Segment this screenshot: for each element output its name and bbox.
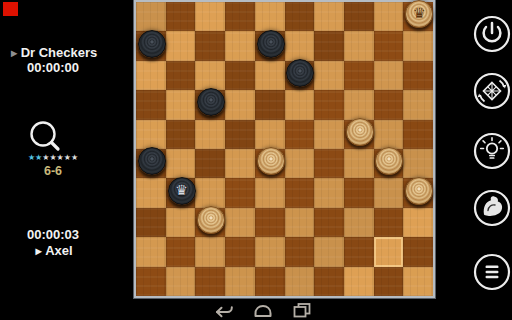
king-crown-icon: ♛ — [169, 183, 195, 197]
light-square[interactable] — [195, 178, 225, 207]
light-square[interactable] — [255, 2, 285, 31]
light-square[interactable] — [255, 120, 285, 149]
left-panel: ►Dr Checkers 00:00:00 ★★★★★★★ 6-6 00:00:… — [0, 0, 106, 300]
turn-arrow-opponent: ► — [9, 47, 20, 59]
star-filled: ★ — [28, 153, 35, 162]
light-square[interactable] — [225, 149, 255, 178]
highlighted-square[interactable] — [374, 237, 404, 266]
dark-square[interactable] — [225, 120, 255, 149]
android-navbar — [0, 300, 512, 320]
light-square[interactable] — [136, 2, 166, 31]
dark-square[interactable] — [166, 2, 196, 31]
light-square[interactable] — [285, 267, 315, 296]
light-square[interactable] — [344, 90, 374, 119]
dark-square[interactable] — [136, 90, 166, 119]
light-square[interactable] — [166, 90, 196, 119]
light-square[interactable] — [314, 61, 344, 90]
dark-square[interactable] — [374, 90, 404, 119]
dark-square[interactable] — [225, 178, 255, 207]
home-button[interactable] — [251, 301, 275, 319]
dark-square[interactable] — [195, 149, 225, 178]
dark-square[interactable] — [136, 208, 166, 237]
dark-square[interactable] — [285, 237, 315, 266]
light-square[interactable] — [285, 31, 315, 60]
opponent-name-row: ►Dr Checkers — [0, 45, 106, 60]
light-square[interactable] — [344, 31, 374, 60]
light-square[interactable] — [344, 149, 374, 178]
light-square[interactable] — [374, 2, 404, 31]
dark-square[interactable] — [285, 178, 315, 207]
white-man[interactable] — [257, 147, 285, 175]
dark-square[interactable] — [344, 178, 374, 207]
black-man[interactable] — [138, 30, 166, 58]
difficulty-stars: ★★★★★★★ — [0, 153, 106, 163]
dark-square[interactable] — [314, 267, 344, 296]
light-square[interactable] — [374, 178, 404, 207]
dark-square[interactable] — [344, 2, 374, 31]
dark-square[interactable] — [136, 267, 166, 296]
light-square[interactable] — [255, 178, 285, 207]
light-square[interactable] — [314, 2, 344, 31]
light-square[interactable] — [374, 61, 404, 90]
light-square[interactable] — [195, 237, 225, 266]
dark-square[interactable] — [166, 120, 196, 149]
board[interactable]: ♛♛ — [134, 0, 435, 298]
king-crown-icon: ♛ — [406, 7, 432, 21]
player-name-row: ►Axel — [0, 243, 106, 258]
recents-button[interactable] — [290, 301, 314, 319]
light-square[interactable] — [166, 31, 196, 60]
strength-button[interactable] — [473, 189, 511, 227]
light-square[interactable] — [195, 61, 225, 90]
black-man[interactable] — [138, 147, 166, 175]
dark-square[interactable] — [374, 31, 404, 60]
light-square[interactable] — [166, 149, 196, 178]
star-empty: ★ — [64, 153, 71, 162]
light-square[interactable] — [225, 90, 255, 119]
light-square[interactable] — [255, 61, 285, 90]
star-empty: ★ — [49, 153, 56, 162]
light-square[interactable] — [225, 267, 255, 296]
light-square[interactable] — [136, 120, 166, 149]
dark-square[interactable] — [344, 237, 374, 266]
player-clock: 00:00:03 — [0, 227, 106, 242]
dark-square[interactable] — [225, 2, 255, 31]
light-square[interactable] — [136, 237, 166, 266]
light-square[interactable] — [195, 120, 225, 149]
light-square[interactable] — [225, 31, 255, 60]
app-screen: ►Dr Checkers 00:00:00 ★★★★★★★ 6-6 00:00:… — [0, 0, 512, 320]
piece-count-score: 6-6 — [0, 164, 106, 178]
recents-icon — [290, 301, 314, 319]
black-king[interactable]: ♛ — [168, 177, 196, 205]
light-square[interactable] — [255, 237, 285, 266]
light-square[interactable] — [403, 90, 433, 119]
dark-square[interactable] — [166, 237, 196, 266]
dark-square[interactable] — [195, 31, 225, 60]
menu-icon — [473, 253, 511, 291]
light-square[interactable] — [314, 237, 344, 266]
dark-square[interactable] — [403, 237, 433, 266]
light-square[interactable] — [314, 120, 344, 149]
dark-square[interactable] — [314, 31, 344, 60]
menu-button[interactable] — [473, 253, 511, 291]
light-square[interactable] — [344, 208, 374, 237]
dark-square[interactable] — [255, 267, 285, 296]
dark-square[interactable] — [225, 61, 255, 90]
flip-board-icon — [473, 72, 511, 110]
light-square[interactable] — [225, 208, 255, 237]
dark-square[interactable] — [374, 208, 404, 237]
dark-square[interactable] — [403, 61, 433, 90]
dark-square[interactable] — [403, 120, 433, 149]
light-square[interactable] — [136, 61, 166, 90]
back-button[interactable] — [212, 301, 236, 319]
white-man[interactable] — [405, 177, 433, 205]
light-square[interactable] — [136, 178, 166, 207]
light-square[interactable] — [314, 178, 344, 207]
dark-square[interactable] — [285, 2, 315, 31]
opponent-name: Dr Checkers — [21, 45, 98, 60]
dark-square[interactable] — [166, 61, 196, 90]
turn-arrow-player: ► — [33, 245, 44, 257]
dark-square[interactable] — [285, 120, 315, 149]
light-square[interactable] — [403, 267, 433, 296]
flip-board-button[interactable] — [473, 72, 511, 110]
light-square[interactable] — [344, 267, 374, 296]
dark-square[interactable] — [255, 208, 285, 237]
dark-square[interactable] — [314, 208, 344, 237]
dark-square[interactable] — [344, 61, 374, 90]
light-square[interactable] — [403, 31, 433, 60]
hint-button[interactable] — [473, 132, 511, 170]
star-empty: ★ — [71, 153, 78, 162]
light-square[interactable] — [285, 90, 315, 119]
light-square[interactable] — [403, 208, 433, 237]
dark-square[interactable] — [255, 90, 285, 119]
light-square[interactable] — [403, 149, 433, 178]
player-name: Axel — [45, 243, 72, 258]
light-square[interactable] — [374, 120, 404, 149]
dark-square[interactable] — [195, 267, 225, 296]
light-square[interactable] — [285, 208, 315, 237]
light-square[interactable] — [195, 2, 225, 31]
magnifier-icon[interactable] — [28, 119, 64, 155]
light-square[interactable] — [285, 149, 315, 178]
white-man[interactable] — [346, 118, 374, 146]
dark-square[interactable] — [314, 90, 344, 119]
power-icon — [473, 15, 511, 53]
light-square[interactable] — [166, 267, 196, 296]
black-man[interactable] — [257, 30, 285, 58]
star-empty: ★ — [57, 153, 64, 162]
light-bulb-icon — [473, 132, 511, 170]
dark-square[interactable] — [314, 149, 344, 178]
back-icon — [212, 301, 236, 319]
dark-square[interactable] — [374, 267, 404, 296]
power-button[interactable] — [473, 15, 511, 53]
opponent-clock: 00:00:00 — [0, 60, 106, 75]
dark-square[interactable] — [225, 237, 255, 266]
light-square[interactable] — [166, 208, 196, 237]
home-icon — [251, 301, 275, 319]
muscle-arm-icon — [473, 189, 511, 227]
